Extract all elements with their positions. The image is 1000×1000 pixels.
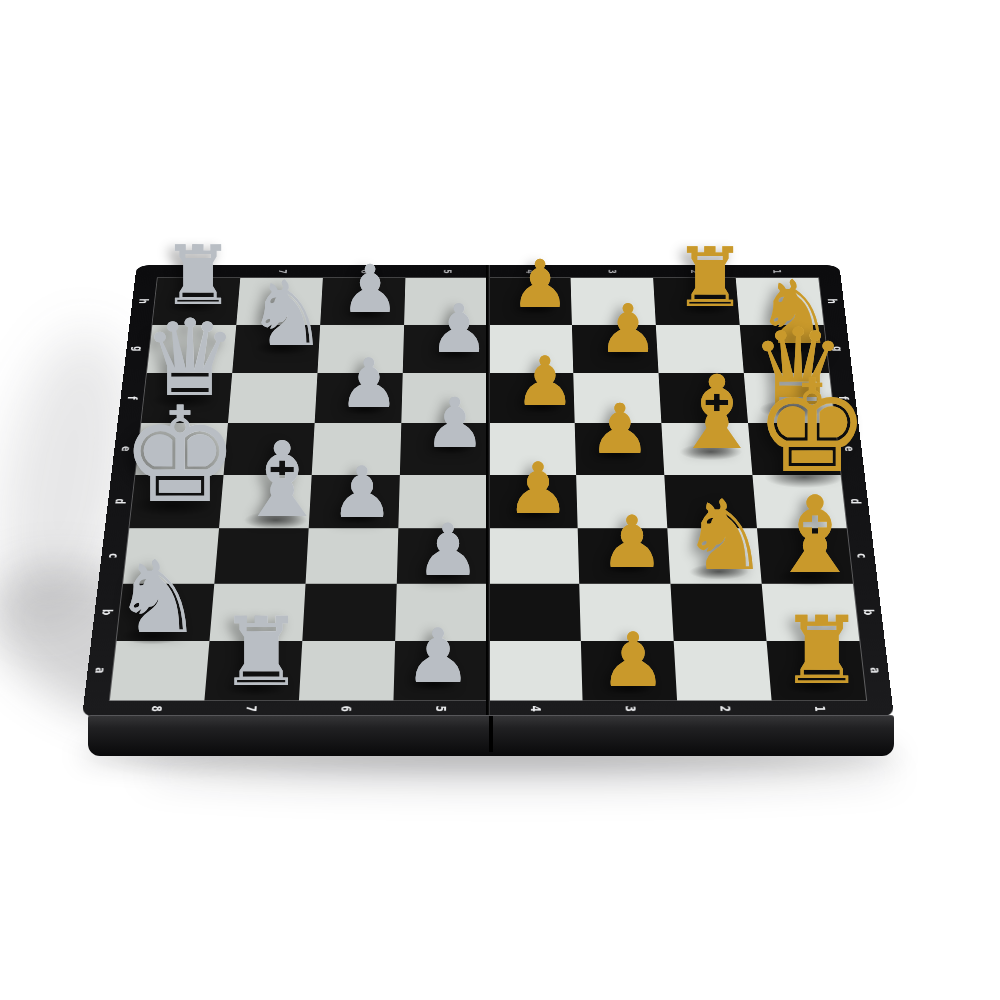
silver-pawn-e5[interactable]: ♟ bbox=[424, 389, 486, 458]
gold-pawn-d4[interactable]: ♟ bbox=[506, 453, 570, 524]
gold-rook-h2[interactable]: ♜ bbox=[673, 237, 747, 319]
gold-king-e1[interactable]: ♚ bbox=[755, 363, 870, 491]
chess-product-photo-scene: 87654321 87654321 hgfedcba hgfedcba ♜♜♟♟… bbox=[0, 0, 1000, 1000]
gold-bishop-c1[interactable]: ♝ bbox=[767, 483, 862, 589]
gold-pawn-h4[interactable]: ♟ bbox=[510, 252, 569, 318]
board-front-edge bbox=[88, 715, 894, 756]
gold-rook-a1[interactable]: ♜ bbox=[780, 604, 864, 698]
board-cast-shadow bbox=[140, 760, 900, 790]
square-f7[interactable] bbox=[228, 373, 318, 423]
silver-knight-b8[interactable]: ♞ bbox=[113, 548, 203, 648]
gold-pawn-c3[interactable]: ♟ bbox=[600, 506, 665, 578]
silver-king-d8[interactable]: ♚ bbox=[121, 389, 239, 521]
silver-pawn-c5[interactable]: ♟ bbox=[416, 514, 481, 586]
square-b4[interactable] bbox=[488, 584, 581, 641]
rank-label-far-3: 3 bbox=[599, 249, 624, 295]
silver-rook-a7[interactable]: ♜ bbox=[218, 605, 303, 700]
gold-knight-c2[interactable]: ♞ bbox=[682, 487, 769, 584]
gold-pawn-e3[interactable]: ♟ bbox=[589, 395, 651, 464]
silver-pawn-f6[interactable]: ♟ bbox=[339, 350, 400, 418]
square-c4[interactable] bbox=[488, 528, 579, 583]
silver-knight-g7[interactable]: ♞ bbox=[247, 269, 328, 359]
board-fold-seam-front bbox=[489, 716, 493, 752]
silver-pawn-h6[interactable]: ♟ bbox=[340, 257, 399, 323]
silver-pawn-d6[interactable]: ♟ bbox=[330, 457, 394, 528]
silver-pawn-g5[interactable]: ♟ bbox=[429, 296, 489, 363]
file-label-a: a bbox=[53, 662, 149, 678]
rank-label-far-5: 5 bbox=[435, 249, 458, 295]
gold-pawn-f4[interactable]: ♟ bbox=[515, 348, 576, 416]
gold-bishop-e2[interactable]: ♝ bbox=[671, 362, 762, 464]
gold-pawn-a3[interactable]: ♟ bbox=[599, 623, 666, 698]
square-b6[interactable] bbox=[302, 584, 396, 641]
silver-bishop-d7[interactable]: ♝ bbox=[235, 428, 328, 532]
gold-pawn-g3[interactable]: ♟ bbox=[598, 296, 658, 363]
silver-pawn-a5[interactable]: ♟ bbox=[404, 619, 471, 694]
square-b2[interactable] bbox=[670, 584, 766, 641]
